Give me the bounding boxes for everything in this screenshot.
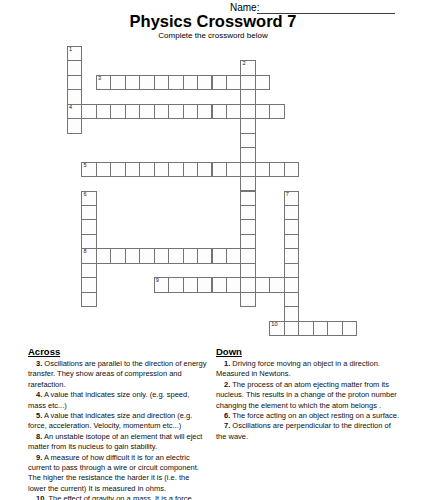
cell-14-9[interactable] bbox=[197, 248, 212, 263]
cell-2-0[interactable] bbox=[67, 75, 82, 90]
cell-12-15[interactable] bbox=[284, 219, 299, 234]
cell-number-9: 9 bbox=[155, 277, 159, 284]
cell-12-12[interactable] bbox=[240, 219, 255, 234]
cell-14-8[interactable] bbox=[183, 248, 198, 263]
cell-8-9[interactable] bbox=[197, 162, 212, 177]
cell-15-12[interactable] bbox=[240, 263, 255, 278]
cell-2-8[interactable] bbox=[183, 75, 198, 90]
cell-9-12[interactable] bbox=[240, 176, 255, 191]
cell-4-5[interactable] bbox=[139, 104, 154, 119]
cell-13-12[interactable] bbox=[240, 234, 255, 249]
cell-number-3: 3 bbox=[97, 75, 101, 82]
across-clues-section: Across 3. Oscillations are parallel to t… bbox=[28, 346, 209, 500]
clue-number: 8. bbox=[36, 432, 42, 441]
cell-4-3[interactable] bbox=[110, 104, 125, 119]
cell-4-9[interactable] bbox=[197, 104, 212, 119]
cell-11-12[interactable] bbox=[240, 205, 255, 220]
cell-14-11[interactable] bbox=[226, 248, 241, 263]
cell-16-1[interactable] bbox=[81, 277, 96, 292]
cell-16-13[interactable] bbox=[255, 277, 270, 292]
cell-4-4[interactable] bbox=[125, 104, 140, 119]
cell-14-2[interactable] bbox=[96, 248, 111, 263]
cell-1-0[interactable] bbox=[67, 60, 82, 75]
cell-14-6[interactable] bbox=[154, 248, 169, 263]
cell-16-14[interactable] bbox=[269, 277, 284, 292]
cell-4-14[interactable] bbox=[269, 104, 284, 119]
cell-number-2: 2 bbox=[241, 60, 245, 67]
clue-down-6: 6. The force acting on an object resting… bbox=[216, 411, 402, 421]
cell-12-1[interactable] bbox=[81, 219, 96, 234]
cell-10-12[interactable] bbox=[240, 191, 255, 206]
clue-across-3: 3. Oscillations are parallel to the dire… bbox=[28, 359, 209, 390]
cell-5-0[interactable] bbox=[67, 118, 82, 133]
clue-down-7: 7. Oscillations are perpendicular to the… bbox=[216, 421, 402, 442]
cell-16-11[interactable] bbox=[226, 277, 241, 292]
down-clue-list: 1. Driving force moving an object in a d… bbox=[216, 359, 402, 442]
clue-down-2: 2. The process of an atom ejecting matte… bbox=[216, 380, 402, 411]
clue-across-5: 5. A value that indicates size and direc… bbox=[28, 411, 209, 432]
cell-13-1[interactable] bbox=[81, 234, 96, 249]
cell-8-10[interactable] bbox=[212, 162, 227, 177]
cell-8-12[interactable] bbox=[240, 162, 255, 177]
clue-number: 7. bbox=[224, 421, 230, 430]
cell-16-9[interactable] bbox=[197, 277, 212, 292]
cell-8-13[interactable] bbox=[255, 162, 270, 177]
cell-14-4[interactable] bbox=[125, 248, 140, 263]
cell-7-12[interactable] bbox=[240, 147, 255, 162]
cell-number-4: 4 bbox=[68, 104, 72, 111]
cell-2-10[interactable] bbox=[212, 75, 227, 90]
cell-15-15[interactable] bbox=[284, 263, 299, 278]
cell-2-6[interactable] bbox=[154, 75, 169, 90]
cell-14-15[interactable] bbox=[284, 248, 299, 263]
cell-4-13[interactable] bbox=[255, 104, 270, 119]
cell-15-1[interactable] bbox=[81, 263, 96, 278]
cell-4-12[interactable] bbox=[240, 104, 255, 119]
cell-11-15[interactable] bbox=[284, 205, 299, 220]
cell-8-14[interactable] bbox=[269, 162, 284, 177]
clue-number: 10. bbox=[36, 494, 46, 500]
clue-across-4: 4. A value that indicates size only. (e.… bbox=[28, 390, 209, 411]
clue-number: 6. bbox=[224, 411, 230, 420]
cell-2-12[interactable] bbox=[240, 75, 255, 90]
cell-8-7[interactable] bbox=[168, 162, 183, 177]
cell-19-16[interactable] bbox=[298, 321, 313, 336]
cell-8-15[interactable] bbox=[284, 162, 299, 177]
cell-number-10: 10 bbox=[270, 321, 277, 328]
across-clue-list: 3. Oscillations are parallel to the dire… bbox=[28, 359, 209, 500]
cell-8-8[interactable] bbox=[183, 162, 198, 177]
cell-number-1: 1 bbox=[68, 46, 72, 53]
cell-16-12[interactable] bbox=[240, 277, 255, 292]
cell-14-10[interactable] bbox=[212, 248, 227, 263]
cell-2-7[interactable] bbox=[168, 75, 183, 90]
clue-number: 4. bbox=[36, 390, 42, 399]
crossword-board: 12345678910 bbox=[67, 46, 358, 337]
cell-4-10[interactable] bbox=[212, 104, 227, 119]
cell-19-19[interactable] bbox=[342, 321, 357, 336]
cell-2-3[interactable] bbox=[110, 75, 125, 90]
cell-6-12[interactable] bbox=[240, 133, 255, 148]
cell-2-5[interactable] bbox=[139, 75, 154, 90]
cell-8-5[interactable] bbox=[139, 162, 154, 177]
cell-16-7[interactable] bbox=[168, 277, 183, 292]
cell-16-10[interactable] bbox=[212, 277, 227, 292]
cell-2-11[interactable] bbox=[226, 75, 241, 90]
cell-8-2[interactable] bbox=[96, 162, 111, 177]
cell-8-6[interactable] bbox=[154, 162, 169, 177]
cell-14-7[interactable] bbox=[168, 248, 183, 263]
down-clues-section: Down 1. Driving force moving an object i… bbox=[216, 346, 402, 442]
cell-number-5: 5 bbox=[82, 162, 86, 169]
cell-4-1[interactable] bbox=[81, 104, 96, 119]
cell-4-11[interactable] bbox=[226, 104, 241, 119]
cell-5-12[interactable] bbox=[240, 118, 255, 133]
cell-3-12[interactable] bbox=[240, 89, 255, 104]
cell-4-7[interactable] bbox=[168, 104, 183, 119]
clue-number: 5. bbox=[36, 411, 42, 420]
clue-number: 2. bbox=[224, 380, 230, 389]
cell-17-1[interactable] bbox=[81, 292, 96, 307]
cell-17-15[interactable] bbox=[284, 292, 299, 307]
cell-19-15[interactable] bbox=[284, 321, 299, 336]
clue-across-9: 9. A measure of how difficult it is for … bbox=[28, 453, 209, 495]
cell-16-8[interactable] bbox=[183, 277, 198, 292]
cell-2-9[interactable] bbox=[197, 75, 212, 90]
cell-14-5[interactable] bbox=[139, 248, 154, 263]
cell-4-8[interactable] bbox=[183, 104, 198, 119]
page-title: Physics Crossword 7 bbox=[0, 12, 426, 31]
cell-8-11[interactable] bbox=[226, 162, 241, 177]
cell-3-0[interactable] bbox=[67, 89, 82, 104]
page-subtitle: Complete the crossword below bbox=[0, 31, 426, 40]
cell-8-4[interactable] bbox=[125, 162, 140, 177]
cell-number-8: 8 bbox=[82, 248, 86, 255]
cell-2-13[interactable] bbox=[255, 75, 270, 90]
cell-19-17[interactable] bbox=[313, 321, 328, 336]
clue-number: 1. bbox=[224, 359, 230, 368]
cell-19-18[interactable] bbox=[327, 321, 342, 336]
cell-13-15[interactable] bbox=[284, 234, 299, 249]
across-header: Across bbox=[28, 346, 209, 357]
cell-number-7: 7 bbox=[285, 191, 289, 198]
worksheet-page: Name: Physics Crossword 7 Complete the c… bbox=[0, 0, 426, 500]
clue-number: 3. bbox=[36, 359, 42, 368]
cell-14-12[interactable] bbox=[240, 248, 255, 263]
clue-across-8: 8. An unstable isotope of an element tha… bbox=[28, 432, 209, 453]
cell-11-1[interactable] bbox=[81, 205, 96, 220]
cell-8-3[interactable] bbox=[110, 162, 125, 177]
cell-2-4[interactable] bbox=[125, 75, 140, 90]
down-header: Down bbox=[216, 346, 402, 357]
clue-down-1: 1. Driving force moving an object in a d… bbox=[216, 359, 402, 380]
cell-14-3[interactable] bbox=[110, 248, 125, 263]
cell-18-15[interactable] bbox=[284, 306, 299, 321]
cell-17-12[interactable] bbox=[240, 292, 255, 307]
cell-4-2[interactable] bbox=[96, 104, 111, 119]
clue-number: 9. bbox=[36, 453, 42, 462]
clue-across-10: 10. The effect of gravity on a mass. It … bbox=[28, 494, 209, 500]
cell-16-15[interactable] bbox=[284, 277, 299, 292]
cell-4-6[interactable] bbox=[154, 104, 169, 119]
cell-number-6: 6 bbox=[82, 191, 86, 198]
